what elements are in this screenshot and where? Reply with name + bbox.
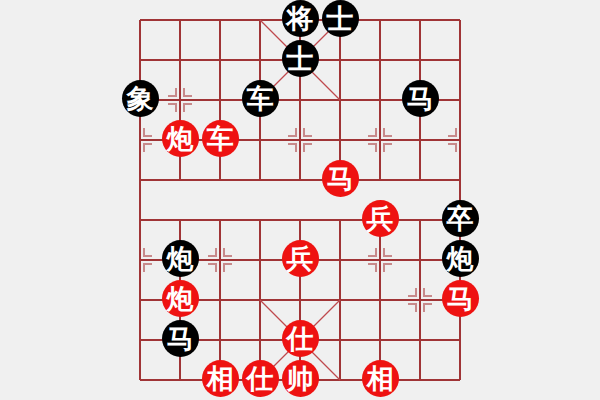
black-chariot[interactable]: 车	[242, 80, 279, 117]
red-soldier[interactable]: 兵	[282, 240, 319, 277]
red-chariot[interactable]: 车	[202, 120, 239, 157]
black-advisor[interactable]: 士	[282, 40, 319, 77]
red-horse[interactable]: 马	[322, 160, 359, 197]
red-soldier[interactable]: 兵	[362, 200, 399, 237]
black-general[interactable]: 将	[282, 0, 319, 37]
red-general[interactable]: 帅	[282, 360, 319, 397]
red-elephant[interactable]: 相	[202, 360, 239, 397]
black-advisor[interactable]: 士	[322, 0, 359, 37]
black-soldier[interactable]: 卒	[442, 200, 479, 237]
red-advisor[interactable]: 仕	[282, 320, 319, 357]
xiangqi-board-container: 将士士象车马炮车马兵卒炮兵炮炮马马仕相仕帅相	[0, 0, 600, 400]
red-cannon[interactable]: 炮	[162, 280, 199, 317]
red-cannon[interactable]: 炮	[162, 120, 199, 157]
black-cannon[interactable]: 炮	[162, 240, 199, 277]
red-elephant[interactable]: 相	[362, 360, 399, 397]
black-elephant[interactable]: 象	[122, 80, 159, 117]
black-horse[interactable]: 马	[402, 80, 439, 117]
red-advisor[interactable]: 仕	[242, 360, 279, 397]
black-horse[interactable]: 马	[162, 320, 199, 357]
pieces-layer: 将士士象车马炮车马兵卒炮兵炮炮马马仕相仕帅相	[0, 0, 600, 400]
black-cannon[interactable]: 炮	[442, 240, 479, 277]
red-horse[interactable]: 马	[442, 280, 479, 317]
